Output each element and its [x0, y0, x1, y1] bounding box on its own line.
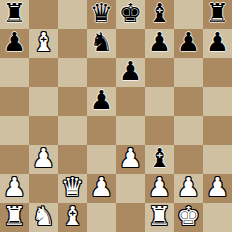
square-g4[interactable] [174, 116, 203, 145]
square-a1[interactable]: ♜ [0, 203, 29, 232]
square-h2[interactable]: ♟ [203, 174, 232, 203]
square-e4[interactable] [116, 116, 145, 145]
square-b1[interactable]: ♞ [29, 203, 58, 232]
square-g7[interactable]: ♟ [174, 29, 203, 58]
square-b3[interactable]: ♟ [29, 145, 58, 174]
square-h7[interactable]: ♟ [203, 29, 232, 58]
square-h3[interactable] [203, 145, 232, 174]
square-c3[interactable] [58, 145, 87, 174]
white-king-icon: ♚ [177, 202, 200, 231]
white-pawn-icon: ♟ [90, 173, 113, 202]
square-e6[interactable]: ♟ [116, 58, 145, 87]
square-a5[interactable] [0, 87, 29, 116]
square-f8[interactable]: ♝ [145, 0, 174, 29]
black-king-icon: ♚ [119, 0, 142, 28]
square-a8[interactable]: ♜ [0, 0, 29, 29]
square-d5[interactable]: ♟ [87, 87, 116, 116]
white-knight-icon: ♞ [32, 202, 55, 231]
white-pawn-icon: ♟ [177, 173, 200, 202]
square-f2[interactable]: ♟ [145, 174, 174, 203]
square-h4[interactable] [203, 116, 232, 145]
square-d4[interactable] [87, 116, 116, 145]
square-c5[interactable] [58, 87, 87, 116]
square-b2[interactable] [29, 174, 58, 203]
square-e8[interactable]: ♚ [116, 0, 145, 29]
square-e1[interactable] [116, 203, 145, 232]
square-c7[interactable] [58, 29, 87, 58]
square-c1[interactable]: ♝ [58, 203, 87, 232]
square-d7[interactable]: ♞ [87, 29, 116, 58]
square-b7[interactable]: ♝ [29, 29, 58, 58]
black-rook-icon: ♜ [206, 0, 229, 28]
chess-board-window: ♜♛♚♝♜♟♝♞♟♟♟♟♟♟♟♝♟♛♟♟♟♟♜♞♝♜♚ [0, 0, 232, 232]
square-d8[interactable]: ♛ [87, 0, 116, 29]
black-pawn-icon: ♟ [119, 57, 142, 86]
white-bishop-icon: ♝ [61, 202, 84, 231]
square-f3[interactable]: ♝ [145, 145, 174, 174]
black-rook-icon: ♜ [3, 0, 26, 28]
white-pawn-icon: ♟ [32, 144, 55, 173]
black-pawn-icon: ♟ [90, 86, 113, 115]
square-g5[interactable] [174, 87, 203, 116]
square-a2[interactable]: ♟ [0, 174, 29, 203]
square-g3[interactable] [174, 145, 203, 174]
white-queen-icon: ♛ [61, 173, 84, 202]
square-d1[interactable] [87, 203, 116, 232]
square-b6[interactable] [29, 58, 58, 87]
white-rook-icon: ♜ [148, 202, 171, 231]
square-d3[interactable] [87, 145, 116, 174]
white-pawn-icon: ♟ [148, 173, 171, 202]
square-c8[interactable] [58, 0, 87, 29]
black-bishop-icon: ♝ [148, 0, 171, 28]
square-g6[interactable] [174, 58, 203, 87]
square-b4[interactable] [29, 116, 58, 145]
black-queen-icon: ♛ [90, 0, 113, 28]
white-pawn-icon: ♟ [3, 173, 26, 202]
square-a6[interactable] [0, 58, 29, 87]
square-e3[interactable]: ♟ [116, 145, 145, 174]
square-f1[interactable]: ♜ [145, 203, 174, 232]
white-pawn-icon: ♟ [206, 173, 229, 202]
chess-board: ♜♛♚♝♜♟♝♞♟♟♟♟♟♟♟♝♟♛♟♟♟♟♜♞♝♜♚ [0, 0, 232, 232]
square-h5[interactable] [203, 87, 232, 116]
square-c4[interactable] [58, 116, 87, 145]
square-b5[interactable] [29, 87, 58, 116]
black-pawn-icon: ♟ [206, 28, 229, 57]
square-d6[interactable] [87, 58, 116, 87]
square-h1[interactable] [203, 203, 232, 232]
square-f5[interactable] [145, 87, 174, 116]
square-f4[interactable] [145, 116, 174, 145]
square-c6[interactable] [58, 58, 87, 87]
square-h6[interactable] [203, 58, 232, 87]
square-d2[interactable]: ♟ [87, 174, 116, 203]
square-g8[interactable] [174, 0, 203, 29]
black-pawn-icon: ♟ [177, 28, 200, 57]
square-e7[interactable] [116, 29, 145, 58]
square-c2[interactable]: ♛ [58, 174, 87, 203]
square-a3[interactable] [0, 145, 29, 174]
black-pawn-icon: ♟ [3, 28, 26, 57]
square-b8[interactable] [29, 0, 58, 29]
square-a4[interactable] [0, 116, 29, 145]
square-e2[interactable] [116, 174, 145, 203]
white-rook-icon: ♜ [3, 202, 26, 231]
white-pawn-icon: ♟ [119, 144, 142, 173]
black-bishop-icon: ♝ [148, 144, 171, 173]
square-f7[interactable]: ♟ [145, 29, 174, 58]
square-a7[interactable]: ♟ [0, 29, 29, 58]
square-g1[interactable]: ♚ [174, 203, 203, 232]
white-bishop-icon: ♝ [32, 28, 55, 57]
square-g2[interactable]: ♟ [174, 174, 203, 203]
black-knight-icon: ♞ [90, 28, 113, 57]
square-e5[interactable] [116, 87, 145, 116]
square-f6[interactable] [145, 58, 174, 87]
black-pawn-icon: ♟ [148, 28, 171, 57]
square-h8[interactable]: ♜ [203, 0, 232, 29]
